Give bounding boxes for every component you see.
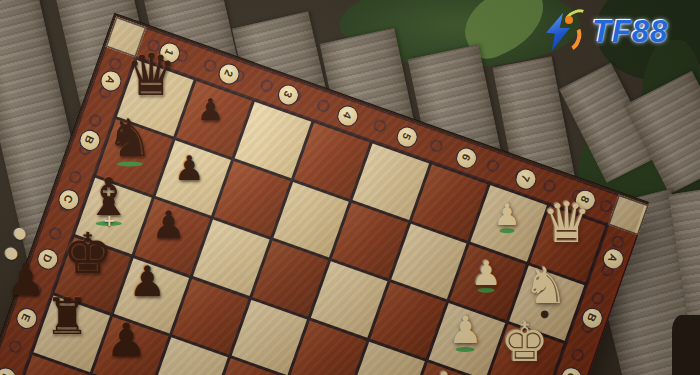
pawn-glyph: ♟ <box>448 311 482 349</box>
pawn-glyph: ♟ <box>106 317 147 363</box>
queen-glyph: ♛ <box>542 195 592 251</box>
pawn-glyph: ♟ <box>494 200 521 230</box>
pawn-glyph: ♟ <box>174 151 204 185</box>
knight-glyph: ♞ <box>107 112 154 164</box>
pawn-glyph: ♟ <box>471 256 501 290</box>
king-glyph: ♚ <box>500 316 548 370</box>
rook-glyph: ♜ <box>44 292 89 342</box>
logo-text: TF88 <box>592 14 668 50</box>
dark-finial: ● <box>540 308 549 318</box>
pawn-glyph: ♟ <box>128 261 166 303</box>
cream-finial: + <box>103 214 116 229</box>
king-glyph: ♚ <box>63 226 113 282</box>
table-shadow <box>672 315 700 375</box>
lightning-figure-icon <box>538 10 588 54</box>
knight-glyph: ♞ <box>523 261 568 311</box>
pawn-glyph: ♟ <box>151 206 185 244</box>
pawn-glyph: ♟ <box>425 367 463 375</box>
queen-glyph: ♛ <box>125 46 177 104</box>
tf88-logo[interactable]: TF88 <box>538 7 698 57</box>
pawn-glyph: ♟ <box>197 95 224 125</box>
